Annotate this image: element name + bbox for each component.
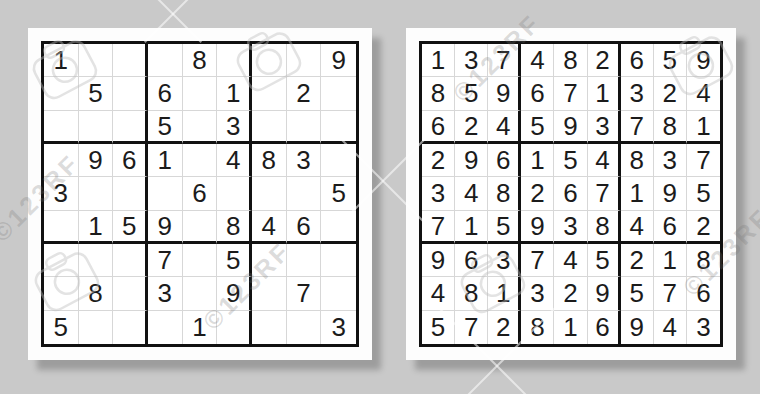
puzzle-cell-r4c7: 8 — [252, 144, 287, 177]
solution-cell-r7c8: 1 — [654, 244, 687, 277]
solution-cell-r8c9: 6 — [687, 277, 720, 310]
solution-cell-r9c7: 9 — [621, 311, 654, 344]
solution-cell-r6c3: 5 — [488, 211, 521, 244]
solution-cell-r5c3: 8 — [488, 177, 521, 210]
solution-cell-r9c2: 7 — [455, 311, 488, 344]
puzzle-cell-r1c4 — [148, 44, 183, 77]
solution-cell-r2c6: 1 — [588, 77, 621, 110]
puzzle-cell-r2c6: 1 — [217, 77, 252, 110]
solution-cell-r7c4: 7 — [521, 244, 554, 277]
solution-cell-r1c4: 4 — [521, 44, 554, 77]
solution-cell-r1c9: 9 — [687, 44, 720, 77]
puzzle-cell-r8c5 — [183, 277, 218, 310]
solution-cell-r5c5: 6 — [554, 177, 587, 210]
puzzle-cell-r6c1 — [44, 211, 79, 244]
solution-cell-r5c7: 1 — [621, 177, 654, 210]
solution-cell-r3c1: 6 — [422, 111, 455, 144]
solution-cell-r1c7: 6 — [621, 44, 654, 77]
solution-cell-r3c7: 7 — [621, 111, 654, 144]
solution-cell-r6c6: 8 — [588, 211, 621, 244]
puzzle-cell-r4c6: 4 — [217, 144, 252, 177]
solution-cell-r8c5: 2 — [554, 277, 587, 310]
solution-cell-r1c2: 3 — [455, 44, 488, 77]
solution-cell-r5c8: 9 — [654, 177, 687, 210]
puzzle-cell-r2c3 — [113, 77, 148, 110]
solution-cell-r1c5: 8 — [554, 44, 587, 77]
solution-cell-r3c6: 3 — [588, 111, 621, 144]
puzzle-cell-r5c2 — [79, 177, 114, 210]
puzzle-cell-r8c3 — [113, 277, 148, 310]
solution-cell-r3c2: 2 — [455, 111, 488, 144]
puzzle-cell-r2c9 — [321, 77, 356, 110]
puzzle-cell-r2c5 — [183, 77, 218, 110]
puzzle-cell-r7c6: 5 — [217, 244, 252, 277]
puzzle-cell-r8c9 — [321, 277, 356, 310]
puzzle-cell-r8c2: 8 — [79, 277, 114, 310]
puzzle-cell-r5c1: 3 — [44, 177, 79, 210]
puzzle-cell-r8c1 — [44, 277, 79, 310]
solution-cell-r7c7: 2 — [621, 244, 654, 277]
solution-cell-r2c1: 8 — [422, 77, 455, 110]
puzzle-cell-r2c8: 2 — [287, 77, 322, 110]
puzzle-cell-r7c2 — [79, 244, 114, 277]
puzzle-cell-r5c7 — [252, 177, 287, 210]
solution-cell-r2c4: 6 — [521, 77, 554, 110]
solution-cell-r7c1: 9 — [422, 244, 455, 277]
solution-cell-r4c8: 3 — [654, 144, 687, 177]
puzzle-cell-r7c7 — [252, 244, 287, 277]
solution-cell-r5c9: 5 — [687, 177, 720, 210]
solution-cell-r8c4: 3 — [521, 277, 554, 310]
puzzle-cell-r3c5 — [183, 111, 218, 144]
solution-cell-r9c4: 8 — [521, 311, 554, 344]
puzzle-cell-r4c9 — [321, 144, 356, 177]
solution-cell-r5c4: 2 — [521, 177, 554, 210]
solution-cell-r6c7: 4 — [621, 211, 654, 244]
solution-cell-r8c1: 4 — [422, 277, 455, 310]
solution-grid: 1374826598596713246245937812961548373482… — [419, 41, 723, 347]
solution-cell-r8c2: 8 — [455, 277, 488, 310]
solution-cell-r7c6: 5 — [588, 244, 621, 277]
solution-cell-r5c6: 7 — [588, 177, 621, 210]
puzzle-cell-r8c8: 7 — [287, 277, 322, 310]
puzzle-cell-r7c4: 7 — [148, 244, 183, 277]
puzzle-cell-r5c5: 6 — [183, 177, 218, 210]
solution-cell-r3c8: 8 — [654, 111, 687, 144]
puzzle-cell-r2c2: 5 — [79, 77, 114, 110]
solution-cell-r4c5: 5 — [554, 144, 587, 177]
solution-cell-r1c3: 7 — [488, 44, 521, 77]
puzzle-cell-r6c5 — [183, 211, 218, 244]
puzzle-cell-r4c8: 3 — [287, 144, 322, 177]
puzzle-cell-r3c2 — [79, 111, 114, 144]
puzzle-board: 189561253961483365159846758397513 — [28, 28, 372, 360]
solution-cell-r9c6: 6 — [588, 311, 621, 344]
puzzle-cell-r2c4: 6 — [148, 77, 183, 110]
puzzle-cell-r9c5: 1 — [183, 311, 218, 344]
puzzle-cell-r9c3 — [113, 311, 148, 344]
puzzle-cell-r4c5 — [183, 144, 218, 177]
puzzle-cell-r1c1: 1 — [44, 44, 79, 77]
solution-cell-r2c7: 3 — [621, 77, 654, 110]
solution-cell-r9c5: 1 — [554, 311, 587, 344]
puzzle-cell-r3c3 — [113, 111, 148, 144]
solution-cell-r4c9: 7 — [687, 144, 720, 177]
puzzle-cell-r6c8: 6 — [287, 211, 322, 244]
solution-cell-r8c6: 9 — [588, 277, 621, 310]
solution-cell-r6c8: 6 — [654, 211, 687, 244]
puzzle-cell-r2c1 — [44, 77, 79, 110]
solution-cell-r6c4: 9 — [521, 211, 554, 244]
solution-cell-r9c9: 3 — [687, 311, 720, 344]
solution-cell-r3c3: 4 — [488, 111, 521, 144]
solution-cell-r2c9: 4 — [687, 77, 720, 110]
solution-cell-r7c5: 4 — [554, 244, 587, 277]
puzzle-cell-r7c5 — [183, 244, 218, 277]
puzzle-cell-r2c7 — [252, 77, 287, 110]
puzzle-cell-r1c6 — [217, 44, 252, 77]
solution-board: 1374826598596713246245937812961548373482… — [406, 28, 736, 360]
solution-cell-r9c8: 4 — [654, 311, 687, 344]
puzzle-cell-r3c8 — [287, 111, 322, 144]
puzzle-cell-r1c3 — [113, 44, 148, 77]
solution-cell-r4c7: 8 — [621, 144, 654, 177]
puzzle-cell-r3c6: 3 — [217, 111, 252, 144]
solution-cell-r2c8: 2 — [654, 77, 687, 110]
solution-cell-r4c1: 2 — [422, 144, 455, 177]
puzzle-cell-r3c4: 5 — [148, 111, 183, 144]
puzzle-cell-r9c9: 3 — [321, 311, 356, 344]
solution-cell-r8c7: 5 — [621, 277, 654, 310]
solution-cell-r6c1: 7 — [422, 211, 455, 244]
puzzle-cell-r1c5: 8 — [183, 44, 218, 77]
solution-cell-r4c6: 4 — [588, 144, 621, 177]
puzzle-cell-r3c1 — [44, 111, 79, 144]
solution-cell-r9c3: 2 — [488, 311, 521, 344]
puzzle-cell-r4c3: 6 — [113, 144, 148, 177]
puzzle-cell-r1c7 — [252, 44, 287, 77]
puzzle-cell-r4c1 — [44, 144, 79, 177]
puzzle-cell-r6c2: 1 — [79, 211, 114, 244]
puzzle-cell-r8c7 — [252, 277, 287, 310]
puzzle-cell-r5c6 — [217, 177, 252, 210]
puzzle-cell-r7c1 — [44, 244, 79, 277]
puzzle-cell-r8c6: 9 — [217, 277, 252, 310]
puzzle-cell-r7c9 — [321, 244, 356, 277]
puzzle-cell-r1c8 — [287, 44, 322, 77]
solution-cell-r3c9: 1 — [687, 111, 720, 144]
puzzle-cell-r6c6: 8 — [217, 211, 252, 244]
puzzle-cell-r8c4: 3 — [148, 277, 183, 310]
puzzle-cell-r1c9: 9 — [321, 44, 356, 77]
solution-cell-r4c2: 9 — [455, 144, 488, 177]
solution-cell-r1c8: 5 — [654, 44, 687, 77]
puzzle-cell-r5c9: 5 — [321, 177, 356, 210]
puzzle-cell-r3c7 — [252, 111, 287, 144]
solution-cell-r5c1: 3 — [422, 177, 455, 210]
solution-cell-r7c9: 8 — [687, 244, 720, 277]
puzzle-cell-r9c6 — [217, 311, 252, 344]
puzzle-cell-r6c7: 4 — [252, 211, 287, 244]
puzzle-cell-r6c4: 9 — [148, 211, 183, 244]
puzzle-grid: 189561253961483365159846758397513 — [41, 41, 359, 347]
solution-cell-r4c3: 6 — [488, 144, 521, 177]
puzzle-cell-r9c7 — [252, 311, 287, 344]
solution-cell-r8c3: 1 — [488, 277, 521, 310]
solution-cell-r7c2: 6 — [455, 244, 488, 277]
puzzle-cell-r7c8 — [287, 244, 322, 277]
solution-cell-r7c3: 3 — [488, 244, 521, 277]
solution-cell-r3c4: 5 — [521, 111, 554, 144]
puzzle-cell-r5c8 — [287, 177, 322, 210]
puzzle-cell-r5c4 — [148, 177, 183, 210]
solution-cell-r2c2: 5 — [455, 77, 488, 110]
puzzle-cell-r9c1: 5 — [44, 311, 79, 344]
solution-cell-r2c5: 7 — [554, 77, 587, 110]
puzzle-cell-r4c2: 9 — [79, 144, 114, 177]
puzzle-cell-r3c9 — [321, 111, 356, 144]
solution-cell-r6c5: 3 — [554, 211, 587, 244]
puzzle-cell-r9c4 — [148, 311, 183, 344]
solution-cell-r1c6: 2 — [588, 44, 621, 77]
solution-cell-r1c1: 1 — [422, 44, 455, 77]
solution-cell-r9c1: 5 — [422, 311, 455, 344]
solution-cell-r6c9: 2 — [687, 211, 720, 244]
solution-cell-r6c2: 1 — [455, 211, 488, 244]
puzzle-cell-r6c9 — [321, 211, 356, 244]
puzzle-cell-r1c2 — [79, 44, 114, 77]
solution-cell-r2c3: 9 — [488, 77, 521, 110]
puzzle-cell-r6c3: 5 — [113, 211, 148, 244]
puzzle-cell-r9c2 — [79, 311, 114, 344]
puzzle-cell-r7c3 — [113, 244, 148, 277]
puzzle-cell-r5c3 — [113, 177, 148, 210]
puzzle-cell-r4c4: 1 — [148, 144, 183, 177]
solution-cell-r3c5: 9 — [554, 111, 587, 144]
puzzle-cell-r9c8 — [287, 311, 322, 344]
solution-cell-r8c8: 7 — [654, 277, 687, 310]
solution-cell-r4c4: 1 — [521, 144, 554, 177]
solution-cell-r5c2: 4 — [455, 177, 488, 210]
sudoku-illustration: 189561253961483365159846758397513 137482… — [0, 0, 760, 394]
